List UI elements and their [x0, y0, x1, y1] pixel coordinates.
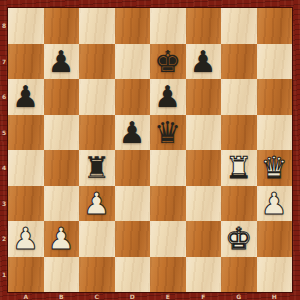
square-b6[interactable] — [44, 79, 80, 115]
rank-label-1: 1 — [0, 257, 8, 293]
square-b8[interactable] — [44, 8, 80, 44]
square-d1[interactable] — [115, 257, 151, 293]
square-d8[interactable] — [115, 8, 151, 44]
black-pawn-b7[interactable]: ♟ — [48, 44, 75, 80]
square-b3[interactable] — [44, 186, 80, 222]
square-e4[interactable] — [150, 150, 186, 186]
square-a5[interactable] — [8, 115, 44, 151]
square-h8[interactable] — [257, 8, 293, 44]
square-f1[interactable] — [186, 257, 222, 293]
square-d7[interactable] — [115, 44, 151, 80]
white-queen-h4[interactable]: ♛ — [261, 150, 288, 186]
file-label-g: G — [221, 292, 257, 300]
rank-label-6: 6 — [0, 79, 8, 115]
square-e8[interactable] — [150, 8, 186, 44]
square-c6[interactable] — [79, 79, 115, 115]
square-c1[interactable] — [79, 257, 115, 293]
square-d3[interactable] — [115, 186, 151, 222]
square-d6[interactable] — [115, 79, 151, 115]
square-g4[interactable]: ♜ — [221, 150, 257, 186]
square-e7[interactable]: ♚ — [150, 44, 186, 80]
square-h6[interactable] — [257, 79, 293, 115]
rank-label-7: 7 — [0, 44, 8, 80]
file-label-b: B — [44, 292, 80, 300]
square-c7[interactable] — [79, 44, 115, 80]
square-f4[interactable] — [186, 150, 222, 186]
square-b1[interactable] — [44, 257, 80, 293]
black-pawn-a6[interactable]: ♟ — [12, 79, 39, 115]
file-label-a: A — [8, 292, 44, 300]
file-label-f: F — [186, 292, 222, 300]
rank-label-3: 3 — [0, 186, 8, 222]
square-d4[interactable] — [115, 150, 151, 186]
square-b2[interactable]: ♟ — [44, 221, 80, 257]
square-f8[interactable] — [186, 8, 222, 44]
rank-label-4: 4 — [0, 150, 8, 186]
square-h5[interactable] — [257, 115, 293, 151]
square-g1[interactable] — [221, 257, 257, 293]
square-d2[interactable] — [115, 221, 151, 257]
square-f5[interactable] — [186, 115, 222, 151]
square-g8[interactable] — [221, 8, 257, 44]
square-a2[interactable]: ♟ — [8, 221, 44, 257]
square-e3[interactable] — [150, 186, 186, 222]
square-a8[interactable] — [8, 8, 44, 44]
file-label-d: D — [115, 292, 151, 300]
file-label-e: E — [150, 292, 186, 300]
square-a4[interactable] — [8, 150, 44, 186]
white-rook-g4[interactable]: ♜ — [225, 150, 252, 186]
square-b5[interactable] — [44, 115, 80, 151]
square-c3[interactable]: ♟ — [79, 186, 115, 222]
square-e1[interactable] — [150, 257, 186, 293]
black-king-e7[interactable]: ♚ — [154, 44, 181, 80]
file-label-c: C — [79, 292, 115, 300]
black-queen-e5[interactable]: ♛ — [154, 115, 181, 151]
black-pawn-d5[interactable]: ♟ — [119, 115, 146, 151]
square-h3[interactable]: ♟ — [257, 186, 293, 222]
square-h4[interactable]: ♛ — [257, 150, 293, 186]
square-h2[interactable] — [257, 221, 293, 257]
square-c8[interactable] — [79, 8, 115, 44]
square-e6[interactable]: ♟ — [150, 79, 186, 115]
black-rook-c4[interactable]: ♜ — [83, 150, 110, 186]
black-pawn-e6[interactable]: ♟ — [154, 79, 181, 115]
chess-board-frame: ♟♚♟♟♟♟♛♜♜♛♟♟♟♟♚ 87654321 ABCDEFGH — [0, 0, 300, 300]
rank-label-2: 2 — [0, 221, 8, 257]
white-pawn-h3[interactable]: ♟ — [261, 186, 288, 222]
square-f7[interactable]: ♟ — [186, 44, 222, 80]
rank-label-5: 5 — [0, 115, 8, 151]
square-a7[interactable] — [8, 44, 44, 80]
square-g6[interactable] — [221, 79, 257, 115]
square-f2[interactable] — [186, 221, 222, 257]
square-c5[interactable] — [79, 115, 115, 151]
square-b4[interactable] — [44, 150, 80, 186]
white-pawn-b2[interactable]: ♟ — [48, 221, 75, 257]
square-a3[interactable] — [8, 186, 44, 222]
square-h7[interactable] — [257, 44, 293, 80]
square-g5[interactable] — [221, 115, 257, 151]
square-g3[interactable] — [221, 186, 257, 222]
square-c2[interactable] — [79, 221, 115, 257]
square-g2[interactable]: ♚ — [221, 221, 257, 257]
chess-board: ♟♚♟♟♟♟♛♜♜♛♟♟♟♟♚ — [8, 8, 292, 292]
black-pawn-f7[interactable]: ♟ — [190, 44, 217, 80]
white-king-g2[interactable]: ♚ — [225, 221, 252, 257]
square-a6[interactable]: ♟ — [8, 79, 44, 115]
rank-label-8: 8 — [0, 8, 8, 44]
square-h1[interactable] — [257, 257, 293, 293]
square-c4[interactable]: ♜ — [79, 150, 115, 186]
square-a1[interactable] — [8, 257, 44, 293]
square-e2[interactable] — [150, 221, 186, 257]
white-pawn-a2[interactable]: ♟ — [12, 221, 39, 257]
square-f3[interactable] — [186, 186, 222, 222]
file-label-h: H — [257, 292, 293, 300]
square-b7[interactable]: ♟ — [44, 44, 80, 80]
white-pawn-c3[interactable]: ♟ — [83, 186, 110, 222]
square-d5[interactable]: ♟ — [115, 115, 151, 151]
square-g7[interactable] — [221, 44, 257, 80]
square-e5[interactable]: ♛ — [150, 115, 186, 151]
square-f6[interactable] — [186, 79, 222, 115]
